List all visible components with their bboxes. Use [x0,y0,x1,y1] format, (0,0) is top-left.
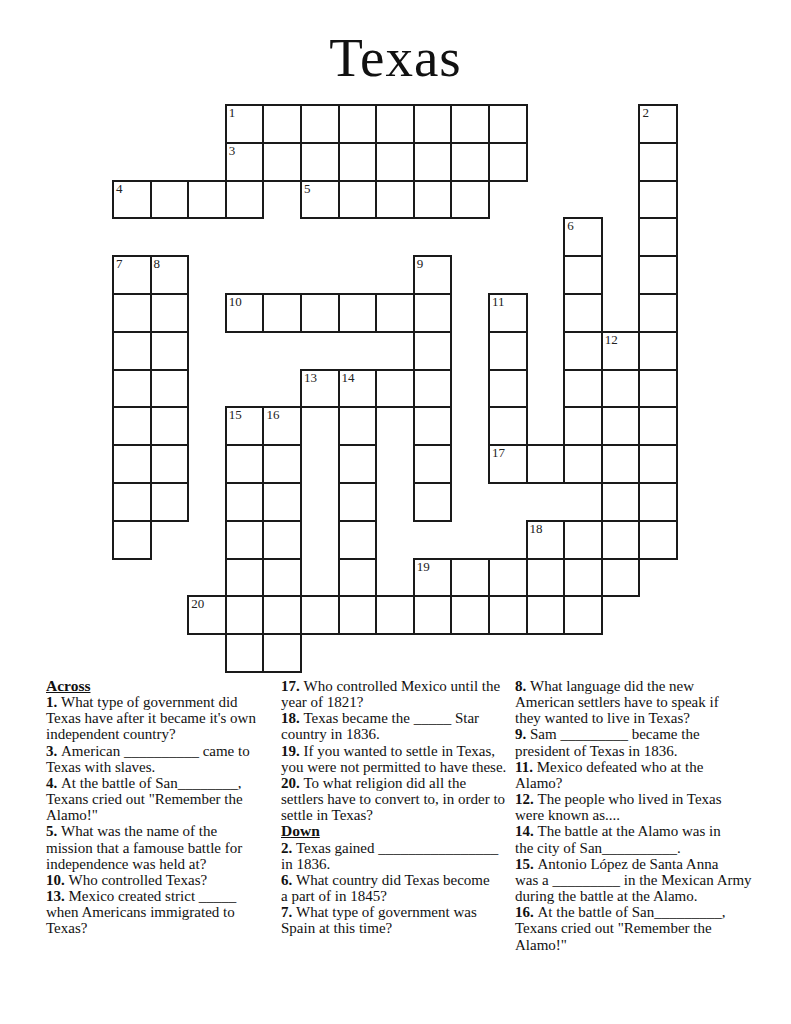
crossword-page: Texas 1234567891011121314151617181920 Ac… [0,0,791,1024]
cell-number-1: 1 [229,106,236,119]
clue-number: 1. [46,694,61,710]
grid-cell-r9c13[interactable] [563,406,603,446]
clue-text: Texas gained ________________ in 1836. [281,840,498,872]
grid-cell-r13c11[interactable] [488,558,528,598]
clue-12: 12. The people who lived in Texas were k… [515,791,767,823]
grid-cell-r7c14[interactable]: 12 [601,331,641,371]
grid-cell-r3c15[interactable] [638,180,678,220]
grid-cell-r7c11[interactable] [488,331,528,371]
grid-cell-r13c12[interactable] [526,558,566,598]
grid-cell-r6c13[interactable] [563,293,603,333]
clue-16: 16. At the battle of San_________, Texan… [515,904,767,952]
cell-number-20: 20 [191,597,204,610]
clue-5: 5. What was the name of the mission that… [46,823,280,871]
clue-number: 9. [515,726,530,742]
clue-number: 15. [515,856,538,872]
grid-cell-r12c13[interactable] [563,520,603,560]
grid-cell-r8c11[interactable] [488,369,528,409]
grid-cell-r8c15[interactable] [638,369,678,409]
grid-cell-r5c9[interactable]: 9 [413,255,453,295]
grid-cell-r2c6[interactable] [300,142,340,182]
grid-cell-r7c13[interactable] [563,331,603,371]
grid-cell-r5c2[interactable]: 8 [150,255,190,295]
grid-cell-r8c13[interactable] [563,369,603,409]
clue-18: 18. Texas became the _____ Star country … [281,710,519,742]
grid-cell-r1c10[interactable] [450,104,490,144]
clue-text: If you wanted to settle in Texas, you we… [281,743,506,775]
grid-cell-r11c1[interactable] [112,482,152,522]
clue-19: 19. If you wanted to settle in Texas, yo… [281,743,519,775]
grid-cell-r4c13[interactable]: 6 [563,217,603,257]
grid-cell-r7c2[interactable] [150,331,190,371]
grid-cell-r14c10[interactable] [450,595,490,635]
clue-text: The battle at the Alamo was in the city … [515,823,721,855]
cell-number-8: 8 [154,257,161,270]
grid-cell-r9c7[interactable] [338,406,378,446]
clue-text: The people who lived in Texas were known… [515,791,722,823]
grid-cell-r9c14[interactable] [601,406,641,446]
cell-number-15: 15 [229,408,242,421]
grid-cell-r9c15[interactable] [638,406,678,446]
grid-cell-r12c5[interactable] [262,520,302,560]
grid-cell-r1c5[interactable] [262,104,302,144]
grid-cell-r1c15[interactable]: 2 [638,104,678,144]
grid-cell-r13c5[interactable] [262,558,302,598]
grid-cell-r1c9[interactable] [413,104,453,144]
grid-cell-r10c5[interactable] [262,444,302,484]
grid-cell-r3c4[interactable] [225,180,265,220]
grid-cell-r6c11[interactable]: 11 [488,293,528,333]
cell-number-9: 9 [417,257,424,270]
grid-cell-r9c1[interactable] [112,406,152,446]
grid-cell-r9c9[interactable] [413,406,453,446]
grid-cell-r11c4[interactable] [225,482,265,522]
grid-cell-r10c14[interactable] [601,444,641,484]
grid-cell-r15c4[interactable] [225,633,265,673]
cell-number-11: 11 [492,295,505,308]
grid-cell-r9c11[interactable] [488,406,528,446]
clue-text: Who controlled Texas? [69,872,208,888]
cell-number-4: 4 [116,182,123,195]
clue-text: What was the name of the mission that a … [46,823,242,871]
grid-cell-r3c2[interactable] [150,180,190,220]
clue-number: 20. [281,775,304,791]
clue-3: 3. American __________ came to Texas wit… [46,743,280,775]
clue-13: 13. Mexico created strict _____ when Ame… [46,888,280,936]
cell-number-10: 10 [229,295,242,308]
clue-number: 5. [46,823,61,839]
grid-cell-r14c4[interactable] [225,595,265,635]
grid-cell-r10c4[interactable] [225,444,265,484]
clue-number: 14. [515,823,538,839]
cell-number-16: 16 [266,408,279,421]
clue-text: Who controlled Mexico until the year of … [281,678,500,710]
clue-8: 8. What language did the new American se… [515,678,767,726]
grid-cell-r12c4[interactable] [225,520,265,560]
grid-cell-r12c7[interactable] [338,520,378,560]
grid-cell-r9c4[interactable]: 15 [225,406,265,446]
grid-cell-r1c4[interactable]: 1 [225,104,265,144]
grid-cell-r3c10[interactable] [450,180,490,220]
cell-number-14: 14 [342,371,355,384]
clue-7: 7. What type of government was Spain at … [281,904,519,936]
grid-cell-r2c9[interactable] [413,142,453,182]
grid-cell-r12c1[interactable] [112,520,152,560]
grid-cell-r8c2[interactable] [150,369,190,409]
grid-cell-r9c5[interactable]: 16 [262,406,302,446]
grid-cell-r13c14[interactable] [601,558,641,598]
clue-number: 12. [515,791,538,807]
clue-text: What country did Texas become a part of … [281,872,490,904]
grid-cell-r7c15[interactable] [638,331,678,371]
clue-number: 11. [515,759,537,775]
grid-cell-r6c2[interactable] [150,293,190,333]
clue-text: At the battle of San________, Texans cri… [46,775,243,823]
cell-number-7: 7 [116,257,123,270]
clue-number: 3. [46,743,61,759]
clue-number: 6. [281,872,296,888]
grid-cell-r14c9[interactable] [413,595,453,635]
cell-number-19: 19 [417,560,430,573]
clue-10: 10. Who controlled Texas? [46,872,280,888]
crossword-grid: 1234567891011121314151617181920 [113,105,677,672]
clue-17: 17. Who controlled Mexico until the year… [281,678,519,710]
clue-column-3: 8. What language did the new American se… [515,678,767,953]
grid-cell-r14c13[interactable] [563,595,603,635]
clue-number: 16. [515,904,538,920]
grid-cell-r8c9[interactable] [413,369,453,409]
clue-2: 2. Texas gained ________________ in 1836… [281,840,519,872]
clue-text: What type of government was Spain at thi… [281,904,477,936]
across-header: Across [46,678,280,694]
grid-cell-r5c13[interactable] [563,255,603,295]
clue-text: What language did the new American settl… [515,678,719,726]
clue-text: To what religion did all the settlers ha… [281,775,505,823]
grid-cell-r7c1[interactable] [112,331,152,371]
clue-number: 10. [46,872,69,888]
clue-number: 18. [281,710,304,726]
grid-cell-r1c6[interactable] [300,104,340,144]
grid-cell-r10c7[interactable] [338,444,378,484]
grid-cell-r2c11[interactable] [488,142,528,182]
grid-cell-r11c14[interactable] [601,482,641,522]
grid-cell-r13c9[interactable]: 19 [413,558,453,598]
grid-cell-r8c8[interactable] [375,369,415,409]
clue-text: Antonio López de Santa Anna was a ______… [515,856,752,904]
grid-cell-r3c6[interactable]: 5 [300,180,340,220]
grid-cell-r14c7[interactable] [338,595,378,635]
grid-cell-r6c15[interactable] [638,293,678,333]
cell-number-12: 12 [605,333,618,346]
clue-1: 1. What type of government did Texas hav… [46,694,280,742]
grid-cell-r14c6[interactable] [300,595,340,635]
grid-cell-r15c5[interactable] [262,633,302,673]
clue-text: Mexico defeated who at the Alamo? [515,759,703,791]
grid-cell-r10c12[interactable] [526,444,566,484]
grid-cell-r11c15[interactable] [638,482,678,522]
clue-text: At the battle of San_________, Texans cr… [515,904,725,952]
grid-cell-r6c4[interactable]: 10 [225,293,265,333]
grid-cell-r2c4[interactable]: 3 [225,142,265,182]
clue-text: What type of government did Texas have a… [46,694,256,742]
clue-9: 9. Sam _________ became the president of… [515,726,767,758]
clue-number: 19. [281,743,304,759]
cell-number-2: 2 [642,106,649,119]
down-header: Down [281,823,519,839]
grid-cell-r14c11[interactable] [488,595,528,635]
grid-cell-r13c10[interactable] [450,558,490,598]
grid-cell-r10c11[interactable]: 17 [488,444,528,484]
grid-cell-r5c1[interactable]: 7 [112,255,152,295]
clue-number: 4. [46,775,61,791]
grid-cell-r14c12[interactable] [526,595,566,635]
grid-cell-r12c12[interactable]: 18 [526,520,566,560]
grid-cell-r10c9[interactable] [413,444,453,484]
clue-column-2: 17. Who controlled Mexico until the year… [281,678,519,937]
grid-cell-r11c2[interactable] [150,482,190,522]
grid-cell-r6c8[interactable] [375,293,415,333]
grid-cell-r10c13[interactable] [563,444,603,484]
cell-number-18: 18 [530,522,543,535]
grid-cell-r2c10[interactable] [450,142,490,182]
grid-cell-r1c8[interactable] [375,104,415,144]
clue-14: 14. The battle at the Alamo was in the c… [515,823,767,855]
grid-cell-r3c1[interactable]: 4 [112,180,152,220]
clue-20: 20. To what religion did all the settler… [281,775,519,823]
grid-cell-r2c7[interactable] [338,142,378,182]
grid-cell-r11c9[interactable] [413,482,453,522]
grid-cell-r6c6[interactable] [300,293,340,333]
grid-cell-r11c7[interactable] [338,482,378,522]
grid-cell-r4c15[interactable] [638,217,678,257]
cell-number-17: 17 [492,446,505,459]
grid-cell-r2c15[interactable] [638,142,678,182]
clue-text: American __________ came to Texas with s… [46,743,250,775]
grid-cell-r12c14[interactable] [601,520,641,560]
grid-cell-r14c5[interactable] [262,595,302,635]
grid-cell-r9c2[interactable] [150,406,190,446]
grid-cell-r1c7[interactable] [338,104,378,144]
grid-cell-r14c8[interactable] [375,595,415,635]
cell-number-6: 6 [567,219,574,232]
cell-number-13: 13 [304,371,317,384]
grid-cell-r14c3[interactable]: 20 [187,595,227,635]
grid-cell-r1c11[interactable] [488,104,528,144]
grid-cell-r7c9[interactable] [413,331,453,371]
clue-number: 8. [515,678,530,694]
grid-cell-r6c9[interactable] [413,293,453,333]
clue-4: 4. At the battle of San________, Texans … [46,775,280,823]
grid-cell-r3c3[interactable] [187,180,227,220]
cell-number-5: 5 [304,182,311,195]
grid-cell-r11c5[interactable] [262,482,302,522]
grid-cell-r3c8[interactable] [375,180,415,220]
clue-number: 17. [281,678,304,694]
grid-cell-r8c7[interactable]: 14 [338,369,378,409]
puzzle-title: Texas [0,30,791,85]
grid-cell-r6c5[interactable] [262,293,302,333]
clue-number: 7. [281,904,296,920]
grid-cell-r6c7[interactable] [338,293,378,333]
grid-cell-r3c7[interactable] [338,180,378,220]
grid-cell-r13c4[interactable] [225,558,265,598]
grid-cell-r3c9[interactable] [413,180,453,220]
grid-cell-r10c1[interactable] [112,444,152,484]
grid-cell-r12c15[interactable] [638,520,678,560]
grid-cell-r6c1[interactable] [112,293,152,333]
grid-cell-r8c6[interactable]: 13 [300,369,340,409]
clue-6: 6. What country did Texas become a part … [281,872,519,904]
grid-cell-r10c15[interactable] [638,444,678,484]
grid-cell-r8c14[interactable] [601,369,641,409]
grid-cell-r10c2[interactable] [150,444,190,484]
grid-cell-r8c1[interactable] [112,369,152,409]
grid-cell-r2c5[interactable] [262,142,302,182]
clue-text: Sam _________ became the president of Te… [515,726,700,758]
grid-cell-r2c8[interactable] [375,142,415,182]
clue-11: 11. Mexico defeated who at the Alamo? [515,759,767,791]
clue-15: 15. Antonio López de Santa Anna was a __… [515,856,767,904]
clue-text: Texas became the _____ Star country in 1… [281,710,479,742]
grid-cell-r5c15[interactable] [638,255,678,295]
clue-number: 13. [46,888,69,904]
grid-cell-r13c13[interactable] [563,558,603,598]
clue-text: Mexico created strict _____ when America… [46,888,236,936]
cell-number-3: 3 [229,144,236,157]
grid-cell-r13c7[interactable] [338,558,378,598]
clue-number: 2. [281,840,296,856]
clue-column-1: Across1. What type of government did Tex… [46,678,280,937]
